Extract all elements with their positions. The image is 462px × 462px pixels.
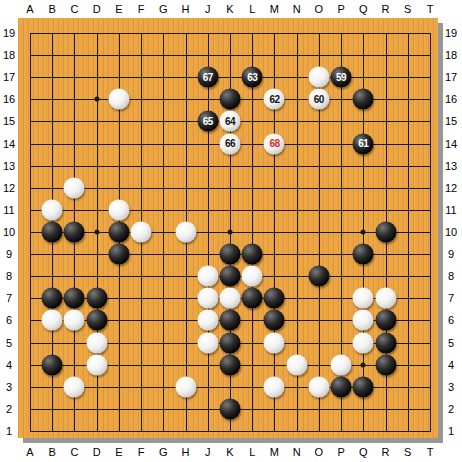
col-label-bottom-T: T [427, 447, 434, 458]
stone-black-K5 [220, 332, 241, 353]
row-label-left-18: 18 [3, 50, 15, 61]
grid-line-horizontal [30, 431, 431, 432]
stone-black-L7 [242, 288, 263, 309]
stone-white-Q7 [353, 288, 374, 309]
stone-white-M16-move-62: 62 [264, 89, 285, 110]
row-label-right-13: 13 [445, 160, 457, 171]
stone-black-Q14-move-61: 61 [353, 133, 374, 154]
stone-white-Q6 [353, 310, 374, 331]
grid-line-vertical [430, 33, 431, 432]
stone-black-R4 [375, 354, 396, 375]
col-label-top-M: M [270, 4, 279, 15]
row-label-left-15: 15 [3, 116, 15, 127]
stone-black-B7 [42, 288, 63, 309]
row-label-right-4: 4 [448, 359, 454, 370]
move-number: 68 [269, 139, 279, 149]
move-number: 65 [203, 116, 213, 126]
stone-white-L8 [242, 266, 263, 287]
row-label-right-11: 11 [445, 204, 456, 215]
row-label-right-12: 12 [445, 182, 457, 193]
row-label-right-3: 3 [448, 381, 454, 392]
row-label-right-14: 14 [445, 138, 457, 149]
stone-black-L9 [242, 244, 263, 265]
row-label-left-8: 8 [6, 271, 12, 282]
stone-black-O8 [308, 266, 329, 287]
stone-white-J6 [197, 310, 218, 331]
stone-white-K14-move-66: 66 [220, 133, 241, 154]
row-label-right-19: 19 [445, 28, 457, 39]
move-number: 59 [336, 72, 346, 82]
col-label-bottom-E: E [115, 447, 122, 458]
row-label-left-10: 10 [3, 227, 15, 238]
move-number: 62 [269, 94, 279, 104]
stone-white-E16 [108, 89, 129, 110]
stone-black-M6 [264, 310, 285, 331]
row-label-left-13: 13 [3, 160, 15, 171]
stone-black-E10 [108, 222, 129, 243]
row-label-right-17: 17 [445, 72, 457, 83]
move-number: 61 [358, 139, 368, 149]
stone-black-Q9 [353, 244, 374, 265]
col-label-bottom-D: D [93, 447, 101, 458]
stone-white-M5 [264, 332, 285, 353]
stone-black-P17-move-59: 59 [331, 67, 352, 88]
col-label-bottom-K: K [226, 447, 233, 458]
stone-black-R5 [375, 332, 396, 353]
row-label-left-3: 3 [6, 381, 12, 392]
stone-black-R10 [375, 222, 396, 243]
row-label-left-17: 17 [3, 72, 15, 83]
row-label-left-11: 11 [3, 204, 14, 215]
move-number: 64 [225, 116, 235, 126]
col-label-top-O: O [315, 4, 324, 15]
row-label-right-5: 5 [448, 337, 454, 348]
move-number: 63 [247, 72, 257, 82]
stone-black-K4 [220, 354, 241, 375]
stone-black-C7 [64, 288, 85, 309]
row-label-left-5: 5 [6, 337, 12, 348]
row-label-right-9: 9 [448, 249, 454, 260]
col-label-top-K: K [226, 4, 233, 15]
col-label-top-Q: Q [359, 4, 368, 15]
stone-black-K16 [220, 89, 241, 110]
stone-white-K7 [220, 288, 241, 309]
row-label-left-2: 2 [6, 403, 12, 414]
stone-white-D5 [86, 332, 107, 353]
row-label-left-6: 6 [6, 315, 12, 326]
stone-black-M7 [264, 288, 285, 309]
col-label-bottom-R: R [382, 447, 390, 458]
stone-black-J17-move-67: 67 [197, 67, 218, 88]
col-label-bottom-F: F [138, 447, 145, 458]
row-label-left-14: 14 [3, 138, 15, 149]
col-label-top-E: E [115, 4, 122, 15]
stone-white-C12 [64, 177, 85, 198]
stone-black-R6 [375, 310, 396, 331]
stone-white-P4 [331, 354, 352, 375]
col-label-bottom-Q: Q [359, 447, 368, 458]
col-label-top-J: J [205, 4, 211, 15]
col-label-bottom-A: A [26, 447, 33, 458]
col-label-bottom-C: C [70, 447, 78, 458]
col-label-top-N: N [293, 4, 301, 15]
star-point-K10 [228, 230, 233, 235]
col-label-top-P: P [337, 4, 344, 15]
star-point-D16 [94, 97, 99, 102]
col-label-bottom-J: J [205, 447, 211, 458]
row-label-right-2: 2 [448, 403, 454, 414]
stone-white-F10 [131, 222, 152, 243]
row-label-left-12: 12 [3, 182, 15, 193]
stone-white-Q5 [353, 332, 374, 353]
stone-white-K15-move-64: 64 [220, 111, 241, 132]
move-number: 67 [203, 72, 213, 82]
col-label-top-C: C [70, 4, 78, 15]
col-label-bottom-O: O [315, 447, 324, 458]
star-point-Q10 [361, 230, 366, 235]
stone-black-Q3 [353, 376, 374, 397]
row-label-right-1: 1 [448, 426, 454, 437]
col-label-top-A: A [26, 4, 33, 15]
stone-white-N4 [286, 354, 307, 375]
row-label-left-16: 16 [3, 94, 15, 105]
col-label-top-D: D [93, 4, 101, 15]
grid-line-vertical [252, 33, 253, 432]
stone-black-J15-move-65: 65 [197, 111, 218, 132]
col-label-top-T: T [427, 4, 434, 15]
stone-black-K6 [220, 310, 241, 331]
col-label-bottom-N: N [293, 447, 301, 458]
stone-white-C6 [64, 310, 85, 331]
stone-black-D7 [86, 288, 107, 309]
row-label-left-7: 7 [6, 293, 12, 304]
stone-black-L17-move-63: 63 [242, 67, 263, 88]
stone-black-K2 [220, 398, 241, 419]
col-label-top-G: G [159, 4, 168, 15]
stone-white-H10 [175, 222, 196, 243]
stone-black-C10 [64, 222, 85, 243]
row-label-left-19: 19 [3, 28, 15, 39]
stone-black-K9 [220, 244, 241, 265]
stone-white-J8 [197, 266, 218, 287]
col-label-bottom-S: S [404, 447, 411, 458]
stone-white-E11 [108, 199, 129, 220]
stone-white-J7 [197, 288, 218, 309]
stone-white-O16-move-60: 60 [308, 89, 329, 110]
row-label-left-1: 1 [6, 426, 12, 437]
stone-black-Q16 [353, 89, 374, 110]
col-label-top-B: B [49, 4, 56, 15]
stone-white-M14-move-68: 68 [264, 133, 285, 154]
row-label-right-16: 16 [445, 94, 457, 105]
move-number: 66 [225, 139, 235, 149]
row-label-right-15: 15 [445, 116, 457, 127]
stone-white-C3 [64, 376, 85, 397]
stone-white-M3 [264, 376, 285, 397]
row-label-right-18: 18 [445, 50, 457, 61]
stone-black-B10 [42, 222, 63, 243]
stone-black-D6 [86, 310, 107, 331]
row-label-left-4: 4 [6, 359, 12, 370]
stone-white-B6 [42, 310, 63, 331]
stone-black-B4 [42, 354, 63, 375]
stone-white-O3 [308, 376, 329, 397]
stone-black-P3 [331, 376, 352, 397]
col-label-bottom-L: L [249, 447, 255, 458]
grid-line-vertical [408, 33, 409, 432]
col-label-top-R: R [382, 4, 390, 15]
stone-white-B11 [42, 199, 63, 220]
row-label-right-8: 8 [448, 271, 454, 282]
row-label-right-7: 7 [448, 293, 454, 304]
star-point-Q4 [361, 362, 366, 367]
col-label-bottom-M: M [270, 447, 279, 458]
stone-white-J5 [197, 332, 218, 353]
row-label-left-9: 9 [6, 249, 12, 260]
col-label-bottom-G: G [159, 447, 168, 458]
stone-black-K8 [220, 266, 241, 287]
col-label-top-H: H [182, 4, 190, 15]
stone-white-D4 [86, 354, 107, 375]
col-label-top-S: S [404, 4, 411, 15]
col-label-bottom-P: P [337, 447, 344, 458]
col-label-top-L: L [249, 4, 255, 15]
stone-white-R7 [375, 288, 396, 309]
col-label-bottom-H: H [182, 447, 190, 458]
row-label-right-6: 6 [448, 315, 454, 326]
col-label-top-F: F [138, 4, 145, 15]
row-label-right-10: 10 [445, 227, 457, 238]
stone-white-O17 [308, 67, 329, 88]
go-board-screen: AABBCCDDEEFFGGHHJJKKLLMMNNOOPPQQRRSSTT19… [0, 0, 462, 462]
stone-black-E9 [108, 244, 129, 265]
col-label-bottom-B: B [49, 447, 56, 458]
move-number: 60 [314, 94, 324, 104]
star-point-D10 [94, 230, 99, 235]
stone-white-H3 [175, 376, 196, 397]
